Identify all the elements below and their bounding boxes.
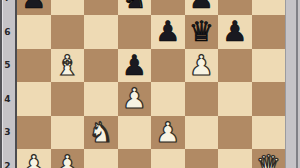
square-b4[interactable] (51, 82, 85, 116)
square-e6[interactable]: ♟ (151, 15, 185, 49)
square-a3[interactable] (17, 116, 51, 150)
white-queen-h2[interactable]: ♛ (256, 149, 281, 168)
square-c3[interactable]: ♞ (84, 116, 118, 150)
right-border-line (296, 0, 298, 168)
square-f4[interactable] (185, 82, 219, 116)
rank-label-5: 5 (0, 59, 15, 71)
black-pawn-e6[interactable]: ♟ (155, 15, 180, 49)
gutter-board-separator (15, 0, 17, 168)
square-d3[interactable] (118, 116, 152, 150)
black-knight-d7[interactable]: ♞ (122, 0, 147, 15)
square-f6[interactable]: ♛ (185, 15, 219, 49)
square-e4[interactable] (151, 82, 185, 116)
square-e5[interactable] (151, 49, 185, 83)
square-a2[interactable]: ♟ (17, 149, 51, 168)
square-f2[interactable] (185, 149, 219, 168)
white-pawn-a2[interactable]: ♟ (21, 149, 46, 168)
square-e2[interactable] (151, 149, 185, 168)
rank-label-2: 2 (0, 160, 15, 168)
black-queen-f6[interactable]: ♛ (189, 15, 214, 49)
board-right-separator (285, 0, 286, 168)
square-h2[interactable]: ♛ (252, 149, 286, 168)
square-g7[interactable] (218, 0, 252, 15)
rank-label-4: 4 (0, 93, 15, 105)
square-h6[interactable] (252, 15, 286, 49)
square-d7[interactable]: ♞ (118, 0, 152, 15)
white-pawn-d4[interactable]: ♟ (122, 82, 147, 116)
black-pawn-g6[interactable]: ♟ (222, 15, 247, 49)
square-c4[interactable] (84, 82, 118, 116)
square-b2[interactable]: ♟ (51, 149, 85, 168)
square-f3[interactable] (185, 116, 219, 150)
square-e3[interactable]: ♟ (151, 116, 185, 150)
square-c5[interactable] (84, 49, 118, 83)
square-e7[interactable] (151, 0, 185, 15)
square-g4[interactable] (218, 82, 252, 116)
square-f7[interactable]: ♟ (185, 0, 219, 15)
square-g6[interactable]: ♟ (218, 15, 252, 49)
white-pawn-f5[interactable]: ♟ (189, 49, 214, 83)
square-d4[interactable]: ♟ (118, 82, 152, 116)
square-c2[interactable] (84, 149, 118, 168)
white-bishop-b5[interactable]: ♝ (55, 49, 80, 83)
chess-board: ♟♞♟♟♛♟♝♟♟♟♞♟♟♟♛ (17, 0, 285, 168)
square-h5[interactable] (252, 49, 286, 83)
black-pawn-a7[interactable]: ♟ (21, 0, 46, 15)
rank-label-3: 3 (0, 126, 15, 138)
square-d2[interactable] (118, 149, 152, 168)
chess-diagram-viewport: ♟♞♟♟♛♟♝♟♟♟♞♟♟♟♛ 765432 (0, 0, 300, 168)
square-a6[interactable] (17, 15, 51, 49)
white-knight-c3[interactable]: ♞ (88, 116, 113, 150)
square-c6[interactable] (84, 15, 118, 49)
square-b6[interactable] (51, 15, 85, 49)
square-b5[interactable]: ♝ (51, 49, 85, 83)
square-c7[interactable] (84, 0, 118, 15)
square-h3[interactable] (252, 116, 286, 150)
square-a4[interactable] (17, 82, 51, 116)
white-pawn-b2[interactable]: ♟ (55, 149, 80, 168)
square-b7[interactable] (51, 0, 85, 15)
rank-label-7: 7 (0, 0, 15, 4)
rank-label-6: 6 (0, 26, 15, 38)
rank-label-gutter: 765432 (0, 0, 15, 168)
square-h7[interactable] (252, 0, 286, 15)
square-d5[interactable]: ♟ (118, 49, 152, 83)
square-d6[interactable] (118, 15, 152, 49)
black-pawn-f7[interactable]: ♟ (189, 0, 214, 15)
square-g2[interactable] (218, 149, 252, 168)
white-pawn-e3[interactable]: ♟ (155, 116, 180, 150)
black-pawn-d5[interactable]: ♟ (122, 49, 147, 83)
square-b3[interactable] (51, 116, 85, 150)
square-g3[interactable] (218, 116, 252, 150)
square-h4[interactable] (252, 82, 286, 116)
square-a7[interactable]: ♟ (17, 0, 51, 15)
square-g5[interactable] (218, 49, 252, 83)
square-a5[interactable] (17, 49, 51, 83)
square-f5[interactable]: ♟ (185, 49, 219, 83)
